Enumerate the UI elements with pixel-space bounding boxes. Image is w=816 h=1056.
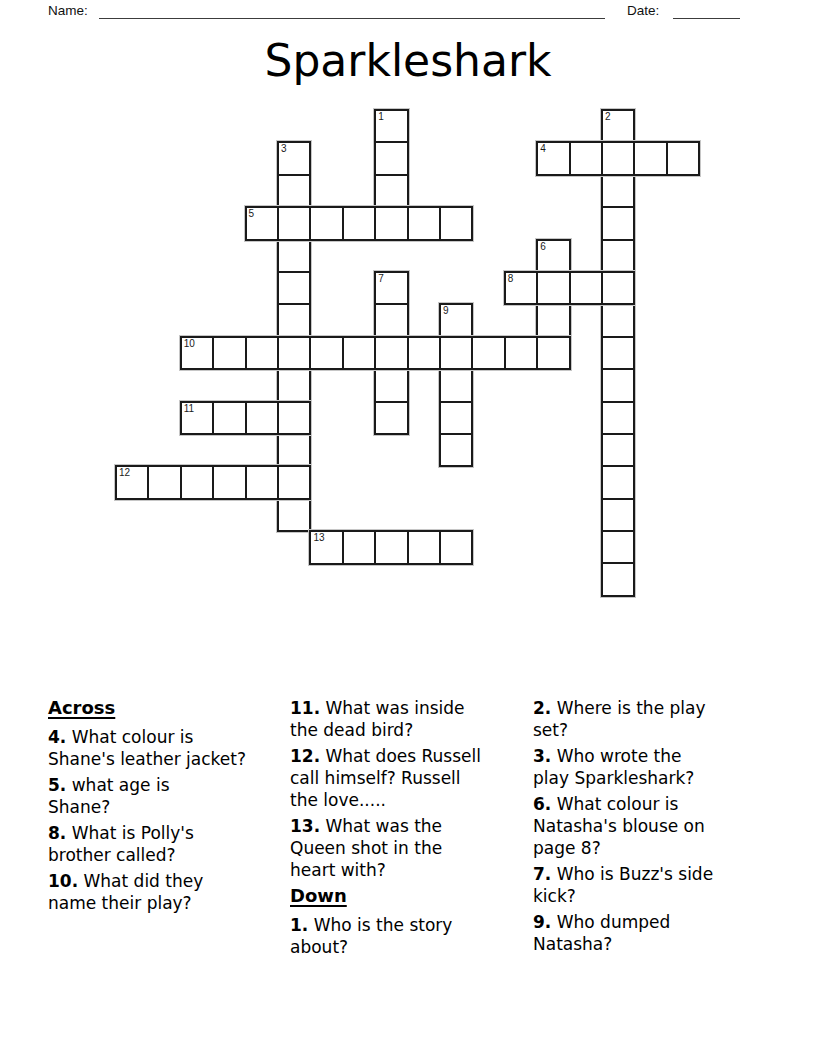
cell-number-3: 3 (281, 144, 287, 154)
clue-list-header-down: Down (290, 885, 532, 907)
cell-number-5: 5 (249, 209, 255, 219)
clue-number-label: 5. (48, 775, 66, 795)
grid-cell[interactable] (603, 370, 633, 402)
answer-run-4-across (536, 141, 700, 175)
clue-column-3: 2. Where is the play set?3. Who wrote th… (533, 697, 775, 959)
worksheet-page: { "game": "crossword", "title": "Sparkle… (0, 0, 816, 1056)
cell-number-12: 12 (119, 468, 130, 478)
grid-cell[interactable] (506, 338, 538, 368)
clue-5: 5. what age is Shane? (48, 774, 290, 818)
clue-7: 7. Who is Buzz's side kick? (533, 863, 775, 907)
grid-cell[interactable] (441, 370, 471, 402)
grid-cell[interactable] (344, 338, 376, 368)
answer-run-13-across (309, 530, 473, 564)
grid-cell[interactable] (538, 305, 568, 337)
clue-11: 11. What was inside the dead bird? (290, 697, 532, 741)
grid-cell[interactable] (376, 305, 406, 337)
answer-run-9-down (439, 303, 473, 467)
grid-cell[interactable] (376, 403, 406, 433)
grid-cell[interactable] (441, 403, 471, 435)
clue-number-label: 2. (533, 698, 551, 718)
grid-cell[interactable] (279, 435, 309, 467)
grid-cell[interactable] (668, 143, 698, 173)
clue-number-label: 4. (48, 727, 66, 747)
answer-run-8-across (504, 271, 636, 305)
date-label: Date: (627, 3, 659, 18)
grid-cell[interactable] (603, 176, 633, 208)
clue-number-label: 13. (290, 816, 320, 836)
grid-cell[interactable] (279, 467, 309, 497)
cell-number-1: 1 (378, 112, 384, 122)
name-blank-line[interactable] (99, 3, 605, 19)
cell-number-9: 9 (443, 306, 449, 316)
clue-number-label: 1. (290, 915, 308, 935)
grid-cell[interactable] (603, 241, 633, 273)
grid-cell[interactable] (441, 532, 471, 562)
grid-cell[interactable] (603, 435, 633, 467)
grid-cell[interactable] (603, 500, 633, 532)
grid-cell[interactable] (409, 532, 441, 562)
grid-cell[interactable] (571, 273, 603, 303)
grid-cell[interactable] (603, 532, 633, 564)
answer-run-2-down (601, 109, 635, 597)
clue-number-label: 6. (533, 794, 551, 814)
crossword-grid: 12345678910111213 (116, 110, 700, 597)
grid-cell[interactable] (603, 467, 633, 499)
puzzle-title: Sparkleshark (0, 33, 816, 89)
answer-run-12-across (115, 465, 311, 499)
grid-cell[interactable] (279, 176, 309, 208)
clue-10: 10. What did they name their play? (48, 870, 290, 914)
cell-number-13: 13 (313, 533, 324, 543)
grid-cell[interactable] (603, 143, 635, 173)
cell-number-8: 8 (508, 274, 514, 284)
grid-cell[interactable] (182, 467, 214, 497)
cell-number-11: 11 (184, 404, 194, 414)
clue-number-label: 9. (533, 912, 551, 932)
clue-6: 6. What colour is Natasha's blouse on pa… (533, 793, 775, 859)
clue-column-2: 11. What was inside the dead bird?12. Wh… (290, 697, 532, 962)
grid-cell[interactable] (603, 338, 633, 370)
clue-8: 8. What is Polly's brother called? (48, 822, 290, 866)
cell-number-2: 2 (605, 112, 611, 122)
grid-cell[interactable] (441, 338, 473, 368)
grid-cell[interactable] (376, 176, 406, 208)
grid-cell[interactable] (409, 338, 441, 368)
grid-cell[interactable] (441, 208, 471, 238)
clue-1: 1. Who is the story about? (290, 914, 532, 958)
grid-cell[interactable] (279, 273, 309, 305)
grid-cell[interactable] (311, 338, 343, 368)
clue-list-header-across: Across (48, 697, 290, 719)
clue-4: 4. What colour is Shane's leather jacket… (48, 726, 290, 770)
grid-cell[interactable] (473, 338, 505, 368)
answer-run-5-across (245, 206, 474, 240)
answer-run-11-across (180, 401, 312, 435)
cell-number-4: 4 (540, 144, 546, 154)
grid-cell[interactable] (279, 241, 309, 273)
grid-cell[interactable] (214, 467, 246, 497)
grid-cell[interactable] (247, 403, 279, 433)
grid-cell[interactable] (279, 208, 311, 238)
clue-number-label: 7. (533, 864, 551, 884)
grid-cell[interactable] (571, 143, 603, 173)
grid-cell[interactable] (376, 370, 406, 402)
clue-number-label: 11. (290, 698, 320, 718)
grid-cell[interactable] (603, 564, 633, 595)
answer-run-10-across (180, 336, 571, 370)
grid-cell[interactable] (376, 208, 408, 238)
grid-cell[interactable] (409, 208, 441, 238)
grid-cell[interactable] (279, 305, 309, 337)
clue-2: 2. Where is the play set? (533, 697, 775, 741)
grid-cell[interactable] (214, 338, 246, 368)
clue-number-label: 3. (533, 746, 551, 766)
grid-cell[interactable] (344, 208, 376, 238)
grid-cell[interactable] (603, 273, 633, 303)
grid-cell[interactable] (603, 403, 633, 435)
grid-cell[interactable] (279, 370, 309, 402)
name-label: Name: (48, 3, 88, 18)
grid-cell[interactable] (635, 143, 667, 173)
grid-cell[interactable] (279, 500, 309, 531)
clue-number-label: 8. (48, 823, 66, 843)
grid-cell[interactable] (214, 403, 246, 433)
grid-cell[interactable] (376, 338, 408, 368)
clue-column-1: Across4. What colour is Shane's leather … (48, 697, 290, 918)
grid-cell[interactable] (344, 532, 376, 562)
grid-cell[interactable] (279, 403, 309, 433)
cell-number-10: 10 (184, 339, 195, 349)
cell-number-7: 7 (378, 274, 384, 284)
grid-cell[interactable] (279, 338, 311, 368)
grid-cell[interactable] (376, 143, 406, 175)
clue-13: 13. What was the Queen shot in the heart… (290, 815, 532, 881)
date-blank-line[interactable] (673, 3, 740, 19)
grid-cell[interactable] (311, 208, 343, 238)
grid-cell[interactable] (538, 338, 569, 368)
grid-cell[interactable] (538, 273, 570, 303)
cell-number-6: 6 (540, 242, 546, 252)
clue-3: 3. Who wrote the play Sparkleshark? (533, 745, 775, 789)
clue-number-label: 10. (48, 871, 78, 891)
grid-cell[interactable] (247, 338, 279, 368)
grid-cell[interactable] (603, 305, 633, 337)
clue-number-label: 12. (290, 746, 320, 766)
grid-cell[interactable] (149, 467, 181, 497)
grid-cell[interactable] (603, 208, 633, 240)
grid-cell[interactable] (441, 435, 471, 465)
clue-9: 9. Who dumped Natasha? (533, 911, 775, 955)
clue-12: 12. What does Russell call himself? Russ… (290, 745, 532, 811)
grid-cell[interactable] (376, 532, 408, 562)
grid-cell[interactable] (247, 467, 279, 497)
